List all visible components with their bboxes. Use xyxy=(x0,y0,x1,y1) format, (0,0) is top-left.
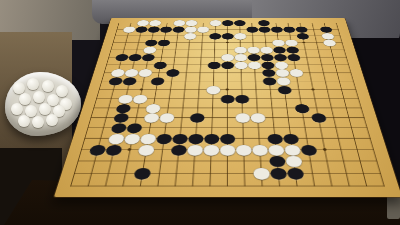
black-stone-B11: ● xyxy=(107,77,123,86)
black-stone-C4: ● xyxy=(104,144,123,155)
black-stone-Q18: ● xyxy=(294,26,308,33)
star-point xyxy=(311,88,315,90)
black-stone-E18: ● xyxy=(159,26,173,33)
black-stone-H7: ● xyxy=(189,112,205,122)
black-stone-C6: ● xyxy=(109,122,127,132)
white-stone-L7: ● xyxy=(235,112,251,122)
white-stone-H4: ● xyxy=(186,144,203,155)
black-stone-O18: ● xyxy=(270,26,283,33)
white-stone-M2: ● xyxy=(252,167,270,180)
white-stone-G18: ● xyxy=(184,26,197,33)
white-stone-M4: ● xyxy=(251,144,268,155)
black-stone-K19: ● xyxy=(221,20,233,26)
black-stone-D18: ● xyxy=(147,26,161,33)
white-stone-L17: ● xyxy=(233,32,246,39)
black-stone-O5: ● xyxy=(282,133,299,144)
black-stone-Q17: ● xyxy=(295,32,309,39)
black-stone-O2: ● xyxy=(286,167,305,180)
black-stone-N3: ● xyxy=(268,155,286,167)
bowl-white-stone xyxy=(46,114,58,126)
black-stone-D6: ● xyxy=(125,122,143,132)
white-stone-N4: ● xyxy=(267,144,285,155)
black-stone-C11: ● xyxy=(121,77,137,86)
white-stone-H18: ● xyxy=(196,26,209,33)
black-stone-P4: ● xyxy=(299,144,317,155)
black-stone-N5: ● xyxy=(266,133,283,144)
star-point xyxy=(149,42,152,44)
black-stone-J5: ● xyxy=(203,133,219,144)
white-stone-M15: ● xyxy=(246,46,260,53)
black-stone-M14: ● xyxy=(247,53,261,61)
white-stone-P12: ● xyxy=(288,69,303,77)
black-stone-O15: ● xyxy=(272,46,286,53)
white-stone-E7: ● xyxy=(143,112,160,122)
go-board[interactable]: ●●●●●●●●●●●●●●●●●●●●●●●●●●●●●●●●●●●●●●●●… xyxy=(54,18,400,197)
white-stone-L4: ● xyxy=(235,144,252,155)
black-stone-N18: ● xyxy=(258,26,271,33)
white-stone-P16: ● xyxy=(284,39,298,46)
white-stone-B12: ● xyxy=(109,69,125,77)
white-stone-M13: ● xyxy=(247,61,261,69)
black-stone-S18: ● xyxy=(319,26,333,33)
white-stone-L14: ● xyxy=(234,53,248,61)
white-stone-O12: ● xyxy=(275,69,290,77)
black-stone-O10: ● xyxy=(277,85,293,94)
white-stone-D9: ● xyxy=(131,94,148,103)
black-stone-E13: ● xyxy=(152,61,167,69)
black-stone-L9: ● xyxy=(234,94,249,103)
black-stone-F18: ● xyxy=(171,26,184,33)
bowl-white-stone xyxy=(32,116,44,128)
white-stone-L13: ● xyxy=(234,61,248,69)
white-stone-C9: ● xyxy=(117,94,134,103)
bowl-white-stone xyxy=(39,103,51,115)
white-stone-M7: ● xyxy=(250,112,266,122)
white-stone-J10: ● xyxy=(205,85,220,94)
photo-go-game-scene: { "game": "go", "board": { "size": 19, "… xyxy=(0,0,400,225)
star-point xyxy=(226,88,229,90)
black-stone-P8: ● xyxy=(293,103,310,113)
black-stone-N11: ● xyxy=(262,77,277,86)
white-stone-S17: ● xyxy=(320,32,334,39)
white-stone-B18: ● xyxy=(122,26,136,33)
white-stone-O13: ● xyxy=(274,61,289,69)
white-stone-F7: ● xyxy=(158,112,175,122)
white-stone-D15: ● xyxy=(142,46,157,53)
white-stone-S16: ● xyxy=(322,39,337,46)
white-stone-E4: ● xyxy=(137,144,155,155)
white-stone-L15: ● xyxy=(234,46,247,53)
black-stone-N2: ● xyxy=(269,167,287,180)
black-stone-K13: ● xyxy=(220,61,234,69)
white-stone-C12: ● xyxy=(123,69,139,77)
black-stone-K9: ● xyxy=(220,94,235,103)
black-stone-K5: ● xyxy=(219,133,235,144)
black-stone-G4: ● xyxy=(170,144,188,155)
black-stone-D14: ● xyxy=(141,53,156,61)
black-stone-O14: ● xyxy=(273,53,287,61)
black-stone-F5: ● xyxy=(155,133,173,144)
black-stone-N13: ● xyxy=(260,61,274,69)
black-stone-N14: ● xyxy=(260,53,274,61)
black-stone-C7: ● xyxy=(112,112,130,122)
white-stone-J4: ● xyxy=(202,144,219,155)
star-point xyxy=(322,148,326,151)
black-stone-C8: ● xyxy=(114,103,131,113)
black-stone-K17: ● xyxy=(221,32,234,39)
black-stone-C18: ● xyxy=(134,26,148,33)
bowl-white-stone xyxy=(56,85,68,97)
star-point xyxy=(226,42,229,44)
white-stone-E5: ● xyxy=(139,133,157,144)
white-stone-O11: ● xyxy=(276,77,291,86)
bowl-white-stone xyxy=(19,93,31,105)
white-stone-F19: ● xyxy=(172,20,185,26)
black-stone-J17: ● xyxy=(208,32,221,39)
bowl-white-stone xyxy=(11,103,23,115)
black-stone-N12: ● xyxy=(261,69,276,77)
white-stone-C19: ● xyxy=(136,20,150,26)
white-stone-O3: ● xyxy=(284,155,302,167)
black-stone-P14: ● xyxy=(286,53,301,61)
white-stone-C5: ● xyxy=(107,133,126,144)
black-stone-M18: ● xyxy=(245,26,258,33)
bowl-white-stone xyxy=(18,115,30,127)
black-stone-E2: ● xyxy=(132,167,151,180)
white-stone-D12: ● xyxy=(137,69,153,77)
black-stone-C14: ● xyxy=(127,53,142,61)
star-point xyxy=(140,88,144,90)
black-stone-H5: ● xyxy=(187,133,204,144)
white-stone-G17: ● xyxy=(183,32,196,39)
white-stone-J19: ● xyxy=(209,20,221,26)
bowl-white-stone xyxy=(33,91,45,103)
bowl-white-stone xyxy=(27,78,39,90)
white-stone-D5: ● xyxy=(123,133,141,144)
black-stone-B4: ● xyxy=(88,144,107,155)
black-stone-L19: ● xyxy=(233,20,245,26)
white-stone-K14: ● xyxy=(221,53,234,61)
white-stone-O16: ● xyxy=(271,39,285,46)
white-stone-O4: ● xyxy=(283,144,301,155)
black-stone-P18: ● xyxy=(282,26,296,33)
black-stone-E11: ● xyxy=(149,77,165,86)
white-stone-D19: ● xyxy=(148,20,161,26)
bowl-white-stone xyxy=(42,80,54,92)
black-stone-G5: ● xyxy=(171,133,188,144)
board-grid[interactable]: ●●●●●●●●●●●●●●●●●●●●●●●●●●●●●●●●●●●●●●●●… xyxy=(70,23,385,187)
black-stone-E16: ● xyxy=(157,39,171,46)
star-point xyxy=(128,148,132,151)
black-stone-P15: ● xyxy=(285,46,299,53)
white-stone-N15: ● xyxy=(259,46,273,53)
background-highlight xyxy=(387,195,400,219)
star-point xyxy=(225,148,229,151)
white-stone-G19: ● xyxy=(185,20,198,26)
white-stone-E8: ● xyxy=(144,103,161,113)
star-point xyxy=(302,42,305,44)
black-stone-F12: ● xyxy=(165,69,180,77)
black-stone-B14: ● xyxy=(114,53,129,61)
black-stone-J13: ● xyxy=(207,61,221,69)
black-stone-Q7: ● xyxy=(310,112,327,122)
black-stone-N19: ● xyxy=(257,20,270,26)
